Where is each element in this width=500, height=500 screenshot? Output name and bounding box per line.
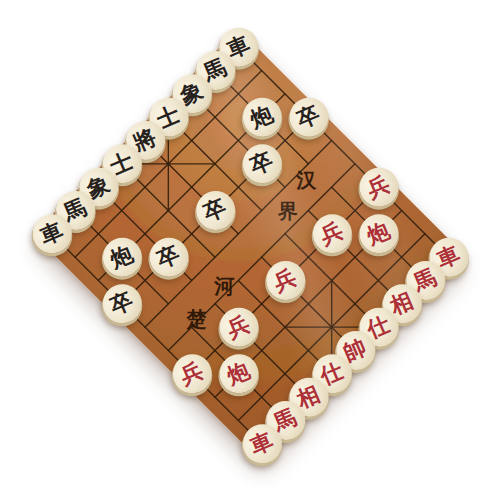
river-text-han: 汉 bbox=[296, 170, 316, 190]
product-photo: 楚 河 界 汉 車馬象士將士象馬車炮炮卒卒卒卒卒兵兵兵兵兵炮炮車馬相仕帥仕相馬車 bbox=[0, 0, 500, 500]
red-piece-glyph: 兵 bbox=[271, 266, 300, 295]
board-grid-lines bbox=[33, 29, 466, 462]
river-text-he: 河 bbox=[214, 276, 234, 296]
xiangqi-board-mat: 楚 河 界 汉 車馬象士將士象馬車炮炮卒卒卒卒卒兵兵兵兵兵炮炮車馬相仕帥仕相馬車 bbox=[33, 29, 466, 462]
red-piece-glyph: 車 bbox=[247, 429, 276, 458]
black-piece-glyph: 炮 bbox=[247, 103, 276, 132]
red-piece-glyph: 炮 bbox=[224, 359, 253, 388]
river-text-chu: 楚 bbox=[187, 309, 207, 329]
red-piece-glyph: 兵 bbox=[364, 173, 393, 202]
black-piece-glyph: 卒 bbox=[294, 103, 323, 132]
river-text-jie: 界 bbox=[278, 201, 298, 221]
black-piece-glyph: 卒 bbox=[154, 243, 183, 272]
black-piece-glyph: 卒 bbox=[247, 149, 276, 178]
black-piece-glyph: 車 bbox=[37, 219, 66, 248]
black-piece-glyph: 卒 bbox=[107, 289, 136, 318]
black-piece-glyph: 卒 bbox=[201, 196, 230, 225]
red-piece-glyph: 炮 bbox=[364, 219, 393, 248]
red-piece-glyph: 兵 bbox=[317, 219, 346, 248]
red-piece-glyph: 兵 bbox=[224, 313, 253, 342]
black-piece-glyph: 炮 bbox=[107, 243, 136, 272]
red-piece-glyph: 兵 bbox=[177, 359, 206, 388]
